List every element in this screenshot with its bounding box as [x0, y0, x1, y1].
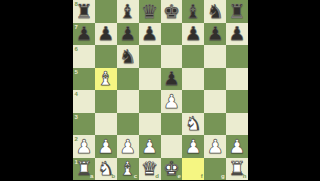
- white-pawn[interactable]: ♟: [207, 136, 224, 155]
- square-d7[interactable]: ♟: [139, 23, 161, 46]
- square-b8[interactable]: [95, 0, 117, 23]
- square-g5[interactable]: [204, 68, 226, 91]
- black-bishop[interactable]: ♝: [185, 1, 202, 20]
- square-b5[interactable]: ♝: [95, 68, 117, 91]
- square-d8[interactable]: ♛: [139, 0, 161, 23]
- square-d5[interactable]: [139, 68, 161, 91]
- square-a1[interactable]: 1a♜: [73, 158, 95, 181]
- square-a6[interactable]: 6: [73, 45, 95, 68]
- black-knight[interactable]: ♞: [207, 1, 224, 20]
- square-g3[interactable]: [204, 113, 226, 136]
- rank-label-6: 6: [75, 46, 78, 52]
- square-b6[interactable]: [95, 45, 117, 68]
- square-c7[interactable]: ♟: [117, 23, 139, 46]
- black-queen[interactable]: ♛: [141, 1, 158, 20]
- square-g6[interactable]: [204, 45, 226, 68]
- white-bishop[interactable]: ♝: [97, 69, 114, 88]
- square-e3[interactable]: [161, 113, 183, 136]
- black-pawn[interactable]: ♟: [185, 24, 202, 43]
- white-rook[interactable]: ♜: [229, 159, 246, 178]
- square-c4[interactable]: [117, 90, 139, 113]
- square-g8[interactable]: ♞: [204, 0, 226, 23]
- square-e6[interactable]: [161, 45, 183, 68]
- square-c5[interactable]: [117, 68, 139, 91]
- square-g2[interactable]: ♟: [204, 135, 226, 158]
- square-g7[interactable]: ♟: [204, 23, 226, 46]
- square-a7[interactable]: 7♟: [73, 23, 95, 46]
- square-h8[interactable]: ♜: [226, 0, 248, 23]
- black-knight[interactable]: ♞: [119, 46, 136, 65]
- square-c8[interactable]: ♝: [117, 0, 139, 23]
- square-f5[interactable]: [182, 68, 204, 91]
- square-d1[interactable]: d♛: [139, 158, 161, 181]
- black-pawn[interactable]: ♟: [207, 24, 224, 43]
- square-a4[interactable]: 4: [73, 90, 95, 113]
- black-bishop[interactable]: ♝: [119, 1, 136, 20]
- black-king[interactable]: ♚: [163, 1, 180, 20]
- square-a5[interactable]: 5: [73, 68, 95, 91]
- file-label-f: f: [201, 173, 203, 179]
- square-e8[interactable]: ♚: [161, 0, 183, 23]
- white-bishop[interactable]: ♝: [119, 159, 136, 178]
- square-h4[interactable]: [226, 90, 248, 113]
- square-b7[interactable]: ♟: [95, 23, 117, 46]
- square-e1[interactable]: e♚: [161, 158, 183, 181]
- letterbox-left: [0, 0, 73, 180]
- square-d3[interactable]: [139, 113, 161, 136]
- white-pawn[interactable]: ♟: [75, 136, 92, 155]
- white-knight[interactable]: ♞: [185, 114, 202, 133]
- square-a8[interactable]: 8♜: [73, 0, 95, 23]
- square-c1[interactable]: c♝: [117, 158, 139, 181]
- white-pawn[interactable]: ♟: [185, 136, 202, 155]
- black-rook[interactable]: ♜: [75, 1, 92, 20]
- black-rook[interactable]: ♜: [229, 1, 246, 20]
- white-rook[interactable]: ♜: [75, 159, 92, 178]
- square-f2[interactable]: ♟: [182, 135, 204, 158]
- square-f8[interactable]: ♝: [182, 0, 204, 23]
- square-d4[interactable]: [139, 90, 161, 113]
- white-pawn[interactable]: ♟: [163, 91, 180, 110]
- square-g4[interactable]: [204, 90, 226, 113]
- white-pawn[interactable]: ♟: [119, 136, 136, 155]
- black-pawn[interactable]: ♟: [229, 24, 246, 43]
- square-c3[interactable]: [117, 113, 139, 136]
- square-h6[interactable]: [226, 45, 248, 68]
- file-label-g: g: [221, 173, 225, 179]
- square-e5[interactable]: ♟: [161, 68, 183, 91]
- rank-label-4: 4: [75, 91, 78, 97]
- square-h1[interactable]: h♜: [226, 158, 248, 181]
- square-f1[interactable]: f: [182, 158, 204, 181]
- black-pawn[interactable]: ♟: [119, 24, 136, 43]
- white-pawn[interactable]: ♟: [141, 136, 158, 155]
- white-queen[interactable]: ♛: [141, 159, 158, 178]
- square-h3[interactable]: [226, 113, 248, 136]
- square-f7[interactable]: ♟: [182, 23, 204, 46]
- rank-label-3: 3: [75, 114, 78, 120]
- square-e7[interactable]: [161, 23, 183, 46]
- square-b2[interactable]: ♟: [95, 135, 117, 158]
- white-pawn[interactable]: ♟: [97, 136, 114, 155]
- black-pawn[interactable]: ♟: [75, 24, 92, 43]
- square-e2[interactable]: [161, 135, 183, 158]
- chess-board: 8♜♝♛♚♝♞♜7♟♟♟♟♟♟♟6♞5♝♟4♟3♞2♟♟♟♟♟♟♟1a♜b♞c♝…: [73, 0, 248, 180]
- black-pawn[interactable]: ♟: [97, 24, 114, 43]
- white-knight[interactable]: ♞: [97, 159, 114, 178]
- rank-label-5: 5: [75, 69, 78, 75]
- white-king[interactable]: ♚: [163, 159, 180, 178]
- black-pawn[interactable]: ♟: [141, 24, 158, 43]
- square-g1[interactable]: g: [204, 158, 226, 181]
- square-c2[interactable]: ♟: [117, 135, 139, 158]
- square-h7[interactable]: ♟: [226, 23, 248, 46]
- square-b4[interactable]: [95, 90, 117, 113]
- square-a2[interactable]: 2♟: [73, 135, 95, 158]
- square-a3[interactable]: 3: [73, 113, 95, 136]
- square-d2[interactable]: ♟: [139, 135, 161, 158]
- square-f4[interactable]: [182, 90, 204, 113]
- chess-app-viewport: 8♜♝♛♚♝♞♜7♟♟♟♟♟♟♟6♞5♝♟4♟3♞2♟♟♟♟♟♟♟1a♜b♞c♝…: [0, 0, 320, 180]
- square-c6[interactable]: ♞: [117, 45, 139, 68]
- square-f3[interactable]: ♞: [182, 113, 204, 136]
- square-h2[interactable]: ♟: [226, 135, 248, 158]
- letterbox-right: [248, 0, 320, 180]
- square-h5[interactable]: [226, 68, 248, 91]
- square-b1[interactable]: b♞: [95, 158, 117, 181]
- square-d6[interactable]: [139, 45, 161, 68]
- square-f6[interactable]: [182, 45, 204, 68]
- black-pawn[interactable]: ♟: [163, 69, 180, 88]
- white-pawn[interactable]: ♟: [229, 136, 246, 155]
- square-e4[interactable]: ♟: [161, 90, 183, 113]
- square-b3[interactable]: [95, 113, 117, 136]
